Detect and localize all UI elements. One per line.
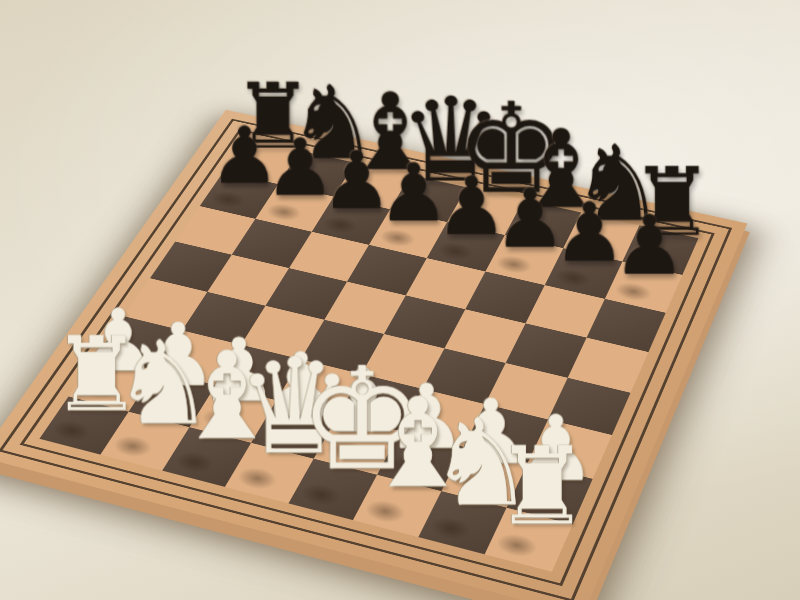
white-queen-icon[interactable]: ♛ (236, 341, 304, 473)
table-surface: ♜♞♝♛♚♝♞♜♟♟♟♟♟♟♟♟♟♟♟♟♟♟♟♟♜♞♝♛♚♝♞♜ (0, 0, 800, 600)
black-pawn-icon[interactable]: ♟ (209, 116, 269, 195)
black-pawn-icon[interactable]: ♟ (435, 166, 496, 247)
black-pawn-icon[interactable]: ♟ (613, 205, 676, 287)
white-rook-icon[interactable]: ♜ (494, 432, 564, 539)
white-knight-icon[interactable]: ♞ (428, 403, 498, 522)
white-knight-icon[interactable]: ♞ (112, 325, 179, 440)
black-pawn-icon[interactable]: ♟ (378, 153, 439, 233)
white-bishop-icon[interactable]: ♝ (173, 336, 241, 456)
white-bishop-icon[interactable]: ♝ (363, 383, 432, 506)
black-pawn-icon[interactable]: ♟ (265, 129, 325, 208)
chess-board: ♜♞♝♛♚♝♞♜♟♟♟♟♟♟♟♟♟♟♟♟♟♟♟♟♜♞♝♛♚♝♞♜ (0, 110, 747, 600)
black-pawn-icon[interactable]: ♟ (553, 192, 615, 274)
scene-perspective: ♜♞♝♛♚♝♞♜♟♟♟♟♟♟♟♟♟♟♟♟♟♟♟♟♜♞♝♛♚♝♞♜ (0, 0, 800, 600)
black-pawn-icon[interactable]: ♟ (321, 141, 382, 221)
white-king-icon[interactable]: ♚ (299, 348, 368, 489)
black-pawn-icon[interactable]: ♟ (494, 179, 556, 260)
white-rook-icon[interactable]: ♜ (51, 323, 118, 425)
